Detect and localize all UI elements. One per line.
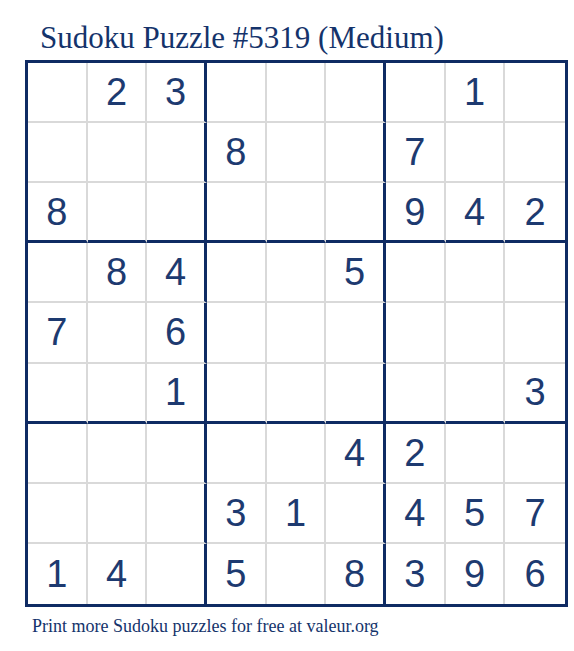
cell-r2c5[interactable]: [267, 123, 327, 183]
cell-r7c1[interactable]: [28, 424, 88, 484]
cell-r5c9[interactable]: [505, 303, 565, 363]
cell-r6c3[interactable]: 1: [147, 364, 207, 424]
cell-r4c6[interactable]: 5: [326, 243, 386, 303]
cell-r7c9[interactable]: [505, 424, 565, 484]
cell-r9c7[interactable]: 3: [386, 544, 446, 604]
cell-r3c2[interactable]: [88, 183, 148, 243]
cell-r6c6[interactable]: [326, 364, 386, 424]
cell-r6c1[interactable]: [28, 364, 88, 424]
cell-r5c2[interactable]: [88, 303, 148, 363]
cell-r6c8[interactable]: [446, 364, 506, 424]
page-title: Sudoku Puzzle #5319 (Medium): [40, 20, 444, 56]
cell-r1c2[interactable]: 2: [88, 63, 148, 123]
cell-r6c5[interactable]: [267, 364, 327, 424]
cell-r8c7[interactable]: 4: [386, 484, 446, 544]
cell-r3c4[interactable]: [207, 183, 267, 243]
cell-r4c1[interactable]: [28, 243, 88, 303]
cell-r6c2[interactable]: [88, 364, 148, 424]
cell-r4c8[interactable]: [446, 243, 506, 303]
cell-r2c4[interactable]: 8: [207, 123, 267, 183]
cell-r2c9[interactable]: [505, 123, 565, 183]
cell-r5c8[interactable]: [446, 303, 506, 363]
cell-r5c7[interactable]: [386, 303, 446, 363]
cell-r2c8[interactable]: [446, 123, 506, 183]
cell-r7c4[interactable]: [207, 424, 267, 484]
cell-r8c4[interactable]: 3: [207, 484, 267, 544]
cell-r2c3[interactable]: [147, 123, 207, 183]
cell-r9c9[interactable]: 6: [505, 544, 565, 604]
cell-r1c8[interactable]: 1: [446, 63, 506, 123]
cell-r5c6[interactable]: [326, 303, 386, 363]
cell-r8c2[interactable]: [88, 484, 148, 544]
cell-r4c7[interactable]: [386, 243, 446, 303]
sudoku-board: 231878942845761342314571458396: [25, 60, 568, 607]
cell-r7c2[interactable]: [88, 424, 148, 484]
cell-r3c6[interactable]: [326, 183, 386, 243]
cell-r7c3[interactable]: [147, 424, 207, 484]
cell-r6c7[interactable]: [386, 364, 446, 424]
cell-r9c8[interactable]: 9: [446, 544, 506, 604]
cell-r3c8[interactable]: 4: [446, 183, 506, 243]
cell-r3c9[interactable]: 2: [505, 183, 565, 243]
cell-r3c1[interactable]: 8: [28, 183, 88, 243]
cell-r4c2[interactable]: 8: [88, 243, 148, 303]
cell-r8c3[interactable]: [147, 484, 207, 544]
cell-r8c5[interactable]: 1: [267, 484, 327, 544]
cell-r4c3[interactable]: 4: [147, 243, 207, 303]
cell-r1c1[interactable]: [28, 63, 88, 123]
cell-r9c3[interactable]: [147, 544, 207, 604]
cell-r2c6[interactable]: [326, 123, 386, 183]
cell-r9c1[interactable]: 1: [28, 544, 88, 604]
cell-r9c2[interactable]: 4: [88, 544, 148, 604]
cell-r1c7[interactable]: [386, 63, 446, 123]
cell-r5c4[interactable]: [207, 303, 267, 363]
cell-r8c6[interactable]: [326, 484, 386, 544]
cell-r4c5[interactable]: [267, 243, 327, 303]
cell-r1c9[interactable]: [505, 63, 565, 123]
cell-r7c6[interactable]: 4: [326, 424, 386, 484]
cell-r2c1[interactable]: [28, 123, 88, 183]
footer-text: Print more Sudoku puzzles for free at va…: [32, 616, 379, 637]
cell-r4c4[interactable]: [207, 243, 267, 303]
cell-r9c4[interactable]: 5: [207, 544, 267, 604]
cell-r1c5[interactable]: [267, 63, 327, 123]
cell-r6c4[interactable]: [207, 364, 267, 424]
cell-r1c6[interactable]: [326, 63, 386, 123]
sudoku-page: Sudoku Puzzle #5319 (Medium) 23187894284…: [0, 0, 574, 651]
cell-r9c5[interactable]: [267, 544, 327, 604]
cell-r2c2[interactable]: [88, 123, 148, 183]
cell-r9c6[interactable]: 8: [326, 544, 386, 604]
cell-r6c9[interactable]: 3: [505, 364, 565, 424]
cell-r8c1[interactable]: [28, 484, 88, 544]
cell-r5c3[interactable]: 6: [147, 303, 207, 363]
cell-r7c7[interactable]: 2: [386, 424, 446, 484]
cell-r3c7[interactable]: 9: [386, 183, 446, 243]
cell-r7c5[interactable]: [267, 424, 327, 484]
cell-r2c7[interactable]: 7: [386, 123, 446, 183]
cell-r5c5[interactable]: [267, 303, 327, 363]
cell-r8c9[interactable]: 7: [505, 484, 565, 544]
cell-r8c8[interactable]: 5: [446, 484, 506, 544]
cell-r3c5[interactable]: [267, 183, 327, 243]
cell-r1c4[interactable]: [207, 63, 267, 123]
cell-r1c3[interactable]: 3: [147, 63, 207, 123]
cell-r7c8[interactable]: [446, 424, 506, 484]
cell-r5c1[interactable]: 7: [28, 303, 88, 363]
cell-r3c3[interactable]: [147, 183, 207, 243]
cell-r4c9[interactable]: [505, 243, 565, 303]
